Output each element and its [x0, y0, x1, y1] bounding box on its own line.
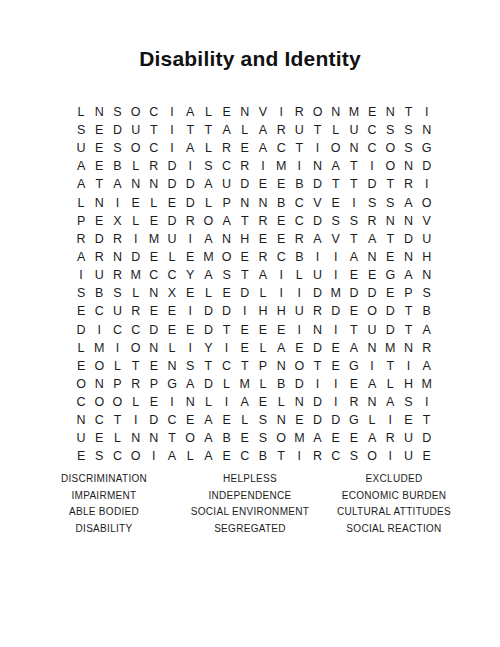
- grid-cell: V: [327, 230, 345, 248]
- grid-cell: I: [181, 303, 199, 321]
- grid-cell: T: [199, 357, 217, 375]
- grid-cell: L: [108, 430, 126, 448]
- grid-cell: T: [399, 321, 417, 339]
- grid-cell: I: [327, 248, 345, 266]
- grid-cell: I: [254, 157, 272, 175]
- grid-cell: E: [145, 393, 163, 411]
- grid-cell: E: [236, 248, 254, 266]
- grid-cell: E: [290, 411, 308, 429]
- grid-cell: N: [90, 375, 108, 393]
- grid-cell: P: [72, 212, 90, 230]
- grid-cell: A: [363, 375, 381, 393]
- grid-cell: U: [108, 303, 126, 321]
- grid-cell: L: [163, 339, 181, 357]
- grid-cell: L: [108, 357, 126, 375]
- grid-cell: E: [181, 411, 199, 429]
- grid-cell: E: [218, 411, 236, 429]
- grid-cell: A: [199, 266, 217, 284]
- grid-cell: O: [127, 448, 145, 466]
- grid-cell: I: [218, 339, 236, 357]
- grid-cell: A: [72, 176, 90, 194]
- grid-cell: H: [399, 375, 417, 393]
- grid-cell: R: [254, 212, 272, 230]
- grid-cell: I: [181, 157, 199, 175]
- grid-cell: E: [327, 339, 345, 357]
- grid-cell: A: [199, 448, 217, 466]
- grid-cell: R: [345, 393, 363, 411]
- grid-cell: I: [127, 230, 145, 248]
- grid-cell: P: [254, 357, 272, 375]
- grid-cell: L: [127, 212, 145, 230]
- grid-cell: B: [218, 430, 236, 448]
- grid-cell: I: [308, 248, 326, 266]
- grid-cell: N: [308, 321, 326, 339]
- grid-cell: M: [345, 103, 363, 121]
- grid-cell: U: [363, 321, 381, 339]
- grid-cell: O: [127, 339, 145, 357]
- grid-cell: E: [272, 321, 290, 339]
- grid-cell: T: [127, 357, 145, 375]
- grid-cell: A: [181, 375, 199, 393]
- grid-cell: O: [108, 393, 126, 411]
- grid-cell: C: [327, 448, 345, 466]
- grid-cell: C: [290, 194, 308, 212]
- grid-cell: N: [272, 411, 290, 429]
- grid-cell: O: [381, 157, 399, 175]
- grid-cell: N: [345, 139, 363, 157]
- grid-cell: T: [236, 266, 254, 284]
- grid-cell: S: [218, 266, 236, 284]
- grid-cell: I: [418, 176, 436, 194]
- grid-cell: L: [72, 339, 90, 357]
- grid-cell: C: [72, 393, 90, 411]
- grid-cell: L: [199, 139, 217, 157]
- grid-cell: A: [181, 139, 199, 157]
- grid-cell: A: [308, 230, 326, 248]
- grid-cell: C: [236, 448, 254, 466]
- word-list-column: EXCLUDEDECONOMIC BURDENCULTURAL ATTITUDE…: [290, 471, 498, 537]
- grid-cell: T: [381, 357, 399, 375]
- grid-cell: T: [218, 321, 236, 339]
- grid-cell: R: [308, 303, 326, 321]
- grid-cell: N: [381, 212, 399, 230]
- grid-cell: D: [345, 284, 363, 302]
- grid-cell: E: [218, 284, 236, 302]
- grid-cell: R: [90, 248, 108, 266]
- grid-cell: N: [399, 212, 417, 230]
- grid-cell: O: [127, 103, 145, 121]
- grid-cell: G: [163, 375, 181, 393]
- grid-cell: B: [290, 248, 308, 266]
- grid-cell: G: [345, 357, 363, 375]
- grid-cell: S: [399, 139, 417, 157]
- grid-cell: E: [145, 212, 163, 230]
- grid-cell: D: [308, 212, 326, 230]
- grid-cell: U: [345, 121, 363, 139]
- grid-cell: N: [236, 194, 254, 212]
- grid-cell: D: [418, 430, 436, 448]
- grid-cell: L: [272, 393, 290, 411]
- grid-cell: I: [72, 266, 90, 284]
- grid-cell: O: [181, 430, 199, 448]
- grid-cell: I: [272, 284, 290, 302]
- grid-cell: B: [108, 157, 126, 175]
- grid-cell: R: [308, 448, 326, 466]
- grid-cell: E: [236, 321, 254, 339]
- grid-cell: A: [381, 393, 399, 411]
- grid-cell: I: [327, 375, 345, 393]
- grid-cell: O: [363, 448, 381, 466]
- grid-cell: I: [272, 103, 290, 121]
- word-list-item: CULTURAL ATTITUDES: [290, 504, 498, 521]
- grid-cell: I: [181, 230, 199, 248]
- grid-cell: E: [327, 194, 345, 212]
- grid-cell: U: [399, 448, 417, 466]
- grid-cell: T: [381, 176, 399, 194]
- grid-cell: U: [90, 266, 108, 284]
- grid-cell: L: [327, 121, 345, 139]
- grid-cell: N: [363, 393, 381, 411]
- grid-cell: L: [254, 284, 272, 302]
- grid-cell: V: [308, 194, 326, 212]
- grid-cell: D: [381, 303, 399, 321]
- grid-cell: T: [236, 357, 254, 375]
- grid-cell: I: [236, 303, 254, 321]
- grid-cell: I: [418, 393, 436, 411]
- grid-cell: B: [90, 284, 108, 302]
- grid-cell: L: [254, 375, 272, 393]
- grid-cell: D: [181, 194, 199, 212]
- grid-cell: Y: [199, 339, 217, 357]
- grid-cell: E: [418, 448, 436, 466]
- grid-cell: E: [327, 357, 345, 375]
- grid-cell: A: [399, 266, 417, 284]
- grid-cell: M: [236, 375, 254, 393]
- grid-cell: S: [108, 103, 126, 121]
- grid-cell: N: [127, 430, 145, 448]
- grid-cell: E: [127, 194, 145, 212]
- grid-cell: N: [327, 103, 345, 121]
- grid-cell: I: [290, 284, 308, 302]
- grid-cell: D: [90, 230, 108, 248]
- grid-cell: S: [254, 430, 272, 448]
- grid-cell: A: [199, 176, 217, 194]
- grid-cell: E: [90, 139, 108, 157]
- grid-cell: A: [199, 430, 217, 448]
- grid-cell: S: [327, 212, 345, 230]
- grid-cell: D: [145, 321, 163, 339]
- grid-cell: N: [363, 248, 381, 266]
- grid-cell: M: [327, 284, 345, 302]
- grid-cell: O: [363, 303, 381, 321]
- grid-cell: S: [363, 194, 381, 212]
- grid-cell: A: [327, 157, 345, 175]
- grid-cell: A: [254, 266, 272, 284]
- grid-cell: T: [345, 230, 363, 248]
- grid-cell: C: [127, 321, 145, 339]
- grid-cell: C: [218, 157, 236, 175]
- grid-cell: E: [254, 230, 272, 248]
- grid-cell: D: [308, 411, 326, 429]
- grid-cell: I: [290, 157, 308, 175]
- grid-cell: A: [218, 121, 236, 139]
- grid-cell: E: [345, 430, 363, 448]
- grid-cell: Y: [181, 266, 199, 284]
- grid-cell: E: [345, 375, 363, 393]
- grid-cell: D: [308, 176, 326, 194]
- grid-cell: E: [181, 284, 199, 302]
- grid-cell: C: [108, 448, 126, 466]
- grid-cell: N: [399, 248, 417, 266]
- grid-cell: E: [236, 430, 254, 448]
- grid-cell: E: [254, 176, 272, 194]
- grid-cell: E: [381, 248, 399, 266]
- grid-cell: M: [90, 339, 108, 357]
- grid-cell: N: [145, 176, 163, 194]
- grid-cell: I: [308, 375, 326, 393]
- grid-cell: D: [108, 121, 126, 139]
- grid-cell: V: [254, 103, 272, 121]
- grid-cell: G: [345, 411, 363, 429]
- grid-cell: I: [90, 321, 108, 339]
- grid-cell: E: [254, 393, 272, 411]
- grid-cell: I: [218, 393, 236, 411]
- grid-cell: N: [254, 194, 272, 212]
- grid-cell: R: [363, 212, 381, 230]
- grid-cell: L: [218, 375, 236, 393]
- grid-cell: O: [381, 139, 399, 157]
- grid-cell: C: [145, 266, 163, 284]
- grid-cell: I: [163, 139, 181, 157]
- grid-cell: E: [163, 321, 181, 339]
- grid-cell: L: [181, 448, 199, 466]
- grid-cell: A: [363, 230, 381, 248]
- grid-cell: O: [218, 248, 236, 266]
- grid-cell: A: [181, 103, 199, 121]
- grid-cell: U: [418, 230, 436, 248]
- grid-cell: T: [163, 430, 181, 448]
- grid-cell: X: [108, 212, 126, 230]
- grid-cell: O: [127, 139, 145, 157]
- grid-cell: C: [145, 103, 163, 121]
- grid-cell: I: [363, 357, 381, 375]
- grid-cell: A: [72, 157, 90, 175]
- grid-cell: N: [236, 103, 254, 121]
- grid-cell: T: [327, 176, 345, 194]
- grid-cell: R: [254, 248, 272, 266]
- grid-cell: E: [272, 212, 290, 230]
- grid-cell: I: [181, 339, 199, 357]
- grid-cell: L: [72, 103, 90, 121]
- grid-cell: O: [72, 375, 90, 393]
- grid-cell: A: [254, 121, 272, 139]
- grid-cell: S: [345, 448, 363, 466]
- grid-cell: E: [363, 103, 381, 121]
- grid-cell: S: [181, 357, 199, 375]
- grid-cell: R: [127, 303, 145, 321]
- grid-cell: N: [181, 393, 199, 411]
- grid-cell: E: [90, 430, 108, 448]
- grid-cell: T: [272, 448, 290, 466]
- grid-cell: L: [381, 375, 399, 393]
- grid-cell: I: [381, 411, 399, 429]
- grid-cell: T: [308, 357, 326, 375]
- grid-cell: A: [345, 339, 363, 357]
- grid-cell: I: [418, 103, 436, 121]
- grid-cell: T: [199, 121, 217, 139]
- grid-cell: D: [290, 375, 308, 393]
- grid-cell: R: [181, 212, 199, 230]
- grid-cell: D: [127, 248, 145, 266]
- grid-cell: R: [108, 266, 126, 284]
- grid-cell: E: [90, 121, 108, 139]
- grid-cell: R: [272, 121, 290, 139]
- grid-cell: I: [290, 321, 308, 339]
- grid-cell: M: [127, 266, 145, 284]
- grid-cell: C: [363, 121, 381, 139]
- grid-cell: U: [399, 430, 417, 448]
- grid-cell: B: [254, 448, 272, 466]
- grid-cell: H: [254, 303, 272, 321]
- grid-cell: E: [236, 339, 254, 357]
- page-title: Disability and Identity: [0, 47, 500, 71]
- grid-cell: M: [381, 339, 399, 357]
- grid-cell: T: [418, 411, 436, 429]
- grid-cell: C: [290, 212, 308, 230]
- grid-cell: B: [418, 303, 436, 321]
- grid-cell: R: [108, 230, 126, 248]
- word-list-item: SOCIAL REACTION: [290, 521, 498, 538]
- grid-cell: U: [72, 430, 90, 448]
- grid-cell: C: [218, 357, 236, 375]
- grid-cell: N: [108, 248, 126, 266]
- grid-cell: C: [145, 139, 163, 157]
- grid-cell: P: [399, 284, 417, 302]
- grid-cell: D: [308, 339, 326, 357]
- grid-cell: E: [272, 176, 290, 194]
- grid-cell: A: [72, 248, 90, 266]
- grid-cell: O: [90, 357, 108, 375]
- grid-cell: I: [399, 357, 417, 375]
- grid-cell: I: [345, 194, 363, 212]
- grid-cell: I: [327, 321, 345, 339]
- grid-cell: R: [218, 139, 236, 157]
- grid-cell: A: [163, 448, 181, 466]
- word-search-grid: LNSOCIALENVIRONMENTISEDUTITTALARUTLUCSSN…: [72, 103, 436, 466]
- grid-cell: C: [272, 139, 290, 157]
- grid-cell: A: [108, 176, 126, 194]
- grid-cell: P: [145, 375, 163, 393]
- grid-cell: I: [327, 393, 345, 411]
- grid-cell: L: [199, 103, 217, 121]
- grid-cell: S: [345, 212, 363, 230]
- grid-cell: N: [418, 266, 436, 284]
- grid-cell: I: [308, 139, 326, 157]
- grid-cell: U: [308, 266, 326, 284]
- grid-cell: S: [254, 411, 272, 429]
- grid-cell: E: [381, 284, 399, 302]
- grid-cell: E: [145, 248, 163, 266]
- grid-cell: R: [290, 230, 308, 248]
- grid-cell: S: [90, 448, 108, 466]
- grid-cell: C: [163, 411, 181, 429]
- grid-cell: A: [199, 230, 217, 248]
- grid-cell: I: [163, 121, 181, 139]
- grid-cell: D: [399, 230, 417, 248]
- grid-cell: U: [218, 176, 236, 194]
- grid-cell: T: [145, 121, 163, 139]
- grid-cell: G: [418, 139, 436, 157]
- grid-cell: N: [363, 339, 381, 357]
- grid-cell: R: [72, 230, 90, 248]
- grid-cell: T: [399, 303, 417, 321]
- grid-cell: X: [163, 284, 181, 302]
- grid-cell: D: [308, 284, 326, 302]
- grid-cell: C: [363, 139, 381, 157]
- grid-cell: S: [418, 284, 436, 302]
- grid-cell: T: [181, 121, 199, 139]
- grid-cell: L: [72, 194, 90, 212]
- grid-cell: R: [399, 176, 417, 194]
- grid-cell: A: [399, 194, 417, 212]
- grid-cell: H: [272, 303, 290, 321]
- grid-cell: L: [236, 411, 254, 429]
- grid-cell: D: [327, 411, 345, 429]
- grid-cell: M: [199, 248, 217, 266]
- grid-cell: L: [254, 339, 272, 357]
- grid-cell: M: [418, 375, 436, 393]
- grid-cell: E: [218, 103, 236, 121]
- grid-cell: E: [72, 448, 90, 466]
- grid-cell: R: [127, 375, 145, 393]
- grid-cell: D: [381, 321, 399, 339]
- grid-cell: E: [181, 248, 199, 266]
- grid-cell: I: [145, 448, 163, 466]
- grid-cell: D: [236, 176, 254, 194]
- grid-cell: L: [145, 194, 163, 212]
- grid-cell: T: [345, 157, 363, 175]
- grid-cell: T: [236, 212, 254, 230]
- grid-cell: D: [199, 321, 217, 339]
- grid-cell: C: [163, 266, 181, 284]
- grid-cell: S: [381, 194, 399, 212]
- grid-cell: E: [345, 303, 363, 321]
- grid-cell: A: [418, 321, 436, 339]
- grid-cell: R: [381, 430, 399, 448]
- grid-cell: U: [127, 121, 145, 139]
- grid-cell: T: [290, 139, 308, 157]
- grid-cell: L: [290, 266, 308, 284]
- grid-cell: C: [108, 321, 126, 339]
- grid-cell: D: [181, 176, 199, 194]
- grid-cell: D: [145, 411, 163, 429]
- grid-cell: E: [272, 230, 290, 248]
- grid-cell: A: [218, 212, 236, 230]
- grid-cell: D: [199, 303, 217, 321]
- grid-cell: A: [254, 139, 272, 157]
- grid-cell: L: [199, 194, 217, 212]
- grid-cell: D: [418, 157, 436, 175]
- grid-cell: O: [418, 194, 436, 212]
- grid-cell: E: [72, 357, 90, 375]
- grid-cell: R: [290, 103, 308, 121]
- grid-cell: O: [199, 212, 217, 230]
- grid-cell: L: [127, 393, 145, 411]
- grid-cell: N: [72, 411, 90, 429]
- grid-cell: T: [345, 176, 363, 194]
- grid-cell: N: [90, 194, 108, 212]
- grid-cell: N: [399, 157, 417, 175]
